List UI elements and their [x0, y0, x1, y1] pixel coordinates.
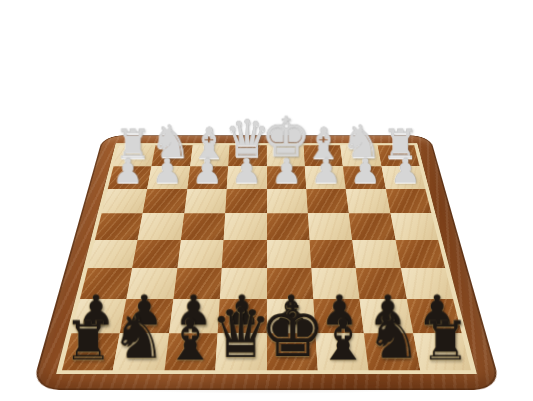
square-e5[interactable] [222, 240, 267, 269]
black-rook[interactable]: ♜ [406, 313, 484, 368]
square-e3[interactable] [225, 189, 266, 213]
board-wooden-frame: ♜♞♝♛♚♝♞♜♟♟♟♟♟♟♟♟♟♟♟♟♟♟♟♟♜♞♝♛♚♝♞♜ [31, 135, 502, 390]
board-grid: ♜♞♝♛♚♝♞♜♟♟♟♟♟♟♟♟♟♟♟♟♟♟♟♟♜♞♝♛♚♝♞♜ [62, 145, 471, 370]
square-b4[interactable] [349, 213, 395, 239]
square-h5[interactable] [88, 240, 138, 269]
square-b5[interactable] [352, 240, 400, 269]
square-f3[interactable] [184, 189, 227, 213]
square-g4[interactable] [138, 213, 184, 239]
square-f5[interactable] [177, 240, 223, 269]
chess-board: ♜♞♝♛♚♝♞♜♟♟♟♟♟♟♟♟♟♟♟♟♟♟♟♟♜♞♝♛♚♝♞♜ [31, 135, 502, 390]
square-g5[interactable] [132, 240, 180, 269]
square-a8[interactable]: ♜ [413, 333, 471, 370]
square-c5[interactable] [309, 240, 355, 269]
square-b3[interactable] [346, 189, 390, 213]
board-maple-inlay: ♜♞♝♛♚♝♞♜♟♟♟♟♟♟♟♟♟♟♟♟♟♟♟♟♜♞♝♛♚♝♞♜ [56, 143, 477, 374]
square-d3[interactable] [267, 189, 308, 213]
square-c3[interactable] [306, 189, 349, 213]
square-g3[interactable] [143, 189, 187, 213]
square-a3[interactable] [386, 189, 432, 213]
square-h4[interactable] [95, 213, 143, 239]
square-d4[interactable] [267, 213, 310, 239]
square-h3[interactable] [102, 189, 148, 213]
product-photo-scene: ♜♞♝♛♚♝♞♜♟♟♟♟♟♟♟♟♟♟♟♟♟♟♟♟♜♞♝♛♚♝♞♜ [0, 0, 533, 401]
square-e4[interactable] [224, 213, 267, 239]
square-c4[interactable] [308, 213, 353, 239]
square-f4[interactable] [181, 213, 226, 239]
square-a4[interactable] [390, 213, 438, 239]
white-pawn[interactable]: ♟ [375, 154, 436, 188]
square-a5[interactable] [395, 240, 445, 269]
square-d5[interactable] [267, 240, 312, 269]
square-a2[interactable]: ♟ [381, 166, 425, 189]
